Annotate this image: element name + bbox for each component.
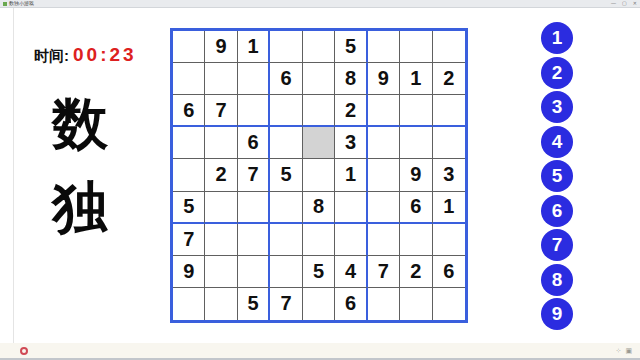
record-ring-icon[interactable] [20, 347, 28, 355]
sudoku-cell-r8c8[interactable]: 2 [400, 256, 432, 288]
sudoku-cell-r5c2[interactable]: 2 [205, 159, 237, 191]
game-title-char-1: 数 [52, 96, 108, 152]
sudoku-cell-r4c1[interactable] [173, 127, 205, 159]
sudoku-cell-r7c3[interactable] [238, 224, 270, 256]
sudoku-cell-r1c1[interactable] [173, 31, 205, 63]
sudoku-cell-r8c2[interactable] [205, 256, 237, 288]
timer-label: 时间: [34, 47, 69, 66]
sudoku-cell-r6c1[interactable]: 5 [173, 192, 205, 224]
sudoku-cell-r2c2[interactable] [205, 63, 237, 95]
close-icon[interactable]: ✕ [633, 1, 637, 6]
sudoku-cell-r6c3[interactable] [238, 192, 270, 224]
sudoku-cell-r1c8[interactable] [400, 31, 432, 63]
sudoku-cell-r7c2[interactable] [205, 224, 237, 256]
sudoku-cell-r5c3[interactable]: 7 [238, 159, 270, 191]
sudoku-cell-r6c2[interactable] [205, 192, 237, 224]
sudoku-cell-r5c5[interactable] [303, 159, 335, 191]
sudoku-cell-r2c4[interactable]: 6 [270, 63, 302, 95]
number-buttons: 123456789 [541, 22, 573, 330]
number-button-9[interactable]: 9 [541, 298, 573, 330]
sudoku-cell-r8c4[interactable] [270, 256, 302, 288]
sudoku-cell-r7c8[interactable] [400, 224, 432, 256]
sudoku-cell-r2c5[interactable] [303, 63, 335, 95]
sudoku-cell-r7c7[interactable] [368, 224, 400, 256]
number-button-8[interactable]: 8 [541, 264, 573, 296]
minimize-icon[interactable]: — [611, 1, 616, 6]
sudoku-cell-r3c7[interactable] [368, 95, 400, 127]
sudoku-cell-r7c9[interactable] [433, 224, 465, 256]
sudoku-cell-r9c7[interactable] [368, 288, 400, 320]
sudoku-cell-r5c9[interactable]: 3 [433, 159, 465, 191]
window-titlebar: 数独小游戏 — ▢ ✕ [0, 0, 640, 8]
number-button-7[interactable]: 7 [541, 229, 573, 261]
sudoku-cell-r6c4[interactable] [270, 192, 302, 224]
sudoku-cell-r4c7[interactable] [368, 127, 400, 159]
maximize-icon[interactable]: ▢ [622, 1, 627, 6]
panel-icon[interactable]: ▣ [625, 347, 632, 354]
number-button-3[interactable]: 3 [541, 91, 573, 123]
sudoku-cell-r5c6[interactable]: 1 [335, 159, 367, 191]
sudoku-cell-r2c1[interactable] [173, 63, 205, 95]
number-button-5[interactable]: 5 [541, 160, 573, 192]
sudoku-cell-r3c1[interactable]: 6 [173, 95, 205, 127]
sudoku-cell-r3c9[interactable] [433, 95, 465, 127]
sudoku-cell-r3c5[interactable] [303, 95, 335, 127]
number-button-4[interactable]: 4 [541, 126, 573, 158]
sudoku-cell-r9c4[interactable]: 7 [270, 288, 302, 320]
sudoku-cell-r6c9[interactable]: 1 [433, 192, 465, 224]
sudoku-cell-r1c3[interactable]: 1 [238, 31, 270, 63]
sudoku-cell-r1c5[interactable] [303, 31, 335, 63]
sudoku-cell-r4c9[interactable] [433, 127, 465, 159]
sudoku-cell-r9c3[interactable]: 5 [238, 288, 270, 320]
sudoku-cell-r4c5[interactable] [303, 127, 335, 159]
sudoku-cell-r5c1[interactable] [173, 159, 205, 191]
sudoku-cell-r4c2[interactable] [205, 127, 237, 159]
sudoku-cell-r6c7[interactable] [368, 192, 400, 224]
sudoku-cell-r1c6[interactable]: 5 [335, 31, 367, 63]
sudoku-cell-r9c5[interactable] [303, 288, 335, 320]
sudoku-cell-r2c3[interactable] [238, 63, 270, 95]
sudoku-cell-r5c4[interactable]: 5 [270, 159, 302, 191]
sudoku-cell-r6c8[interactable]: 6 [400, 192, 432, 224]
sudoku-cell-r7c5[interactable] [303, 224, 335, 256]
sudoku-cell-r2c8[interactable]: 1 [400, 63, 432, 95]
sudoku-cell-r8c3[interactable] [238, 256, 270, 288]
grid-dots-icon[interactable]: ⁘ [616, 347, 622, 354]
sudoku-cell-r5c8[interactable]: 9 [400, 159, 432, 191]
game-title-char-2: 独 [52, 180, 108, 236]
sudoku-cell-r9c9[interactable] [433, 288, 465, 320]
sudoku-grid: 915689126726327519358617954726576 [170, 28, 468, 323]
sudoku-cell-r4c3[interactable]: 6 [238, 127, 270, 159]
timer-value: 00:23 [73, 44, 137, 66]
sudoku-cell-r3c6[interactable]: 2 [335, 95, 367, 127]
sudoku-cell-r8c6[interactable]: 4 [335, 256, 367, 288]
sudoku-cell-r1c9[interactable] [433, 31, 465, 63]
number-button-6[interactable]: 6 [541, 195, 573, 227]
sudoku-cell-r9c2[interactable] [205, 288, 237, 320]
sudoku-cell-r9c8[interactable] [400, 288, 432, 320]
sudoku-cell-r2c6[interactable]: 8 [335, 63, 367, 95]
sudoku-cell-r6c6[interactable] [335, 192, 367, 224]
timer: 时间: 00:23 [34, 44, 137, 66]
game-title: 数 独 [30, 96, 130, 236]
status-bar: ⁘ ▣ [0, 343, 640, 360]
sudoku-cell-r9c1[interactable] [173, 288, 205, 320]
sudoku-cell-r8c7[interactable]: 7 [368, 256, 400, 288]
sudoku-cell-r3c4[interactable] [270, 95, 302, 127]
sudoku-cell-r7c1[interactable]: 7 [173, 224, 205, 256]
sudoku-cell-r8c5[interactable]: 5 [303, 256, 335, 288]
sudoku-cell-r4c4[interactable] [270, 127, 302, 159]
sudoku-cell-r4c6[interactable]: 3 [335, 127, 367, 159]
sudoku-cell-r6c5[interactable]: 8 [303, 192, 335, 224]
sudoku-cell-r1c7[interactable] [368, 31, 400, 63]
panel-divider [13, 8, 14, 343]
sudoku-cell-r5c7[interactable] [368, 159, 400, 191]
sudoku-cell-r7c6[interactable] [335, 224, 367, 256]
sudoku-cell-r3c2[interactable]: 7 [205, 95, 237, 127]
sudoku-cell-r4c8[interactable] [400, 127, 432, 159]
number-button-2[interactable]: 2 [541, 57, 573, 89]
sudoku-cell-r8c1[interactable]: 9 [173, 256, 205, 288]
sudoku-cell-r8c9[interactable]: 6 [433, 256, 465, 288]
sudoku-cell-r3c3[interactable] [238, 95, 270, 127]
sudoku-cell-r9c6[interactable]: 6 [335, 288, 367, 320]
sudoku-cell-r1c4[interactable] [270, 31, 302, 63]
sudoku-cell-r7c4[interactable] [270, 224, 302, 256]
sudoku-cell-r2c9[interactable]: 2 [433, 63, 465, 95]
app-icon [3, 2, 7, 6]
sudoku-cell-r3c8[interactable] [400, 95, 432, 127]
number-button-1[interactable]: 1 [541, 22, 573, 54]
window-title: 数独小游戏 [9, 1, 34, 6]
sudoku-cell-r1c2[interactable]: 9 [205, 31, 237, 63]
sudoku-cell-r2c7[interactable]: 9 [368, 63, 400, 95]
